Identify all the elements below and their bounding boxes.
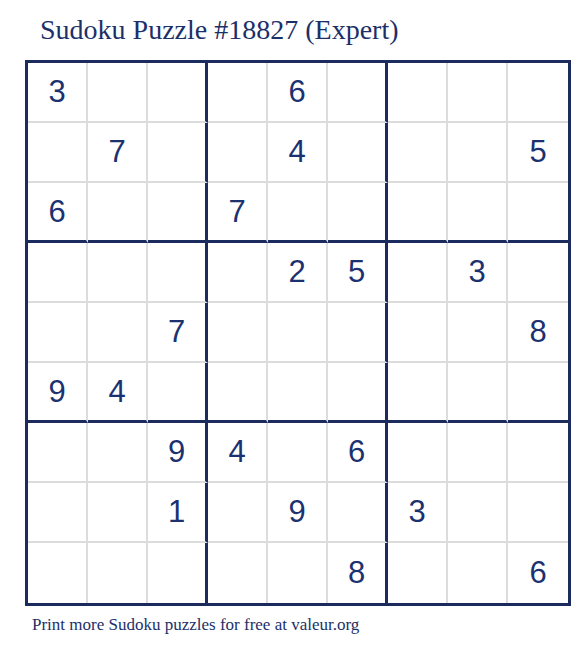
grid-cell-r6c5	[268, 363, 328, 423]
grid-cell-r7c3: 9	[148, 423, 208, 483]
grid-cell-r8c9	[508, 483, 568, 543]
grid-cell-r9c1	[28, 543, 88, 603]
grid-cell-r9c8	[448, 543, 508, 603]
grid-cell-r2c1	[28, 123, 88, 183]
grid-cell-r1c2	[88, 63, 148, 123]
grid-cell-r3c2	[88, 183, 148, 243]
grid-cell-r6c7	[388, 363, 448, 423]
grid-cell-r3c6	[328, 183, 388, 243]
grid-cell-r5c4	[208, 303, 268, 363]
grid-cell-r4c7	[388, 243, 448, 303]
grid-cell-r3c4: 7	[208, 183, 268, 243]
grid-cell-r3c7	[388, 183, 448, 243]
grid-cell-r6c9	[508, 363, 568, 423]
grid-cell-r3c8	[448, 183, 508, 243]
grid-cell-r4c1	[28, 243, 88, 303]
grid-cell-r7c8	[448, 423, 508, 483]
grid-cell-r6c4	[208, 363, 268, 423]
grid-cell-r9c3	[148, 543, 208, 603]
grid-cell-r8c7: 3	[388, 483, 448, 543]
grid-cell-r5c3: 7	[148, 303, 208, 363]
page-title: Sudoku Puzzle #18827 (Expert)	[40, 14, 399, 46]
grid-cell-r4c3	[148, 243, 208, 303]
grid-cell-r7c5	[268, 423, 328, 483]
grid-cell-r1c7	[388, 63, 448, 123]
footer-text: Print more Sudoku puzzles for free at va…	[32, 615, 359, 635]
grid-cell-r4c5: 2	[268, 243, 328, 303]
grid-cell-r8c8	[448, 483, 508, 543]
grid-cell-r1c8	[448, 63, 508, 123]
grid-cell-r2c3	[148, 123, 208, 183]
grid-cell-r7c2	[88, 423, 148, 483]
grid-cell-r3c1: 6	[28, 183, 88, 243]
grid-cell-r9c4	[208, 543, 268, 603]
grid-cell-r7c1	[28, 423, 88, 483]
grid-cell-r9c2	[88, 543, 148, 603]
grid-cell-r2c4	[208, 123, 268, 183]
grid-cell-r7c6: 6	[328, 423, 388, 483]
grid-cell-r6c3	[148, 363, 208, 423]
grid-cell-r4c6: 5	[328, 243, 388, 303]
grid-cell-r2c5: 4	[268, 123, 328, 183]
grid-cell-r3c9	[508, 183, 568, 243]
grid-cell-r8c1	[28, 483, 88, 543]
grid-cell-r1c3	[148, 63, 208, 123]
grid-cell-r5c6	[328, 303, 388, 363]
grid-cell-r7c9	[508, 423, 568, 483]
grid-cell-r9c6: 8	[328, 543, 388, 603]
grid-cell-r1c4	[208, 63, 268, 123]
grid-cell-r8c5: 9	[268, 483, 328, 543]
grid-cell-r1c5: 6	[268, 63, 328, 123]
sudoku-grid: 3674567253789494619386	[25, 60, 571, 606]
grid-cell-r1c6	[328, 63, 388, 123]
grid-cell-r7c7	[388, 423, 448, 483]
grid-cell-r4c4	[208, 243, 268, 303]
grid-cell-r2c9: 5	[508, 123, 568, 183]
grid-cell-r6c1: 9	[28, 363, 88, 423]
grid-cell-r5c7	[388, 303, 448, 363]
grid-cell-r3c3	[148, 183, 208, 243]
grid-cell-r2c6	[328, 123, 388, 183]
grid-cell-r6c8	[448, 363, 508, 423]
grid-cell-r5c5	[268, 303, 328, 363]
grid-cell-r9c9: 6	[508, 543, 568, 603]
grid-cell-r2c2: 7	[88, 123, 148, 183]
grid-cell-r8c3: 1	[148, 483, 208, 543]
grid-cell-r8c2	[88, 483, 148, 543]
grid-cell-r5c8	[448, 303, 508, 363]
grid-cell-r9c5	[268, 543, 328, 603]
grid-cell-r5c1	[28, 303, 88, 363]
grid-cell-r2c8	[448, 123, 508, 183]
grid-cell-r7c4: 4	[208, 423, 268, 483]
grid-cell-r5c9: 8	[508, 303, 568, 363]
grid-cell-r4c2	[88, 243, 148, 303]
grid-cell-r4c8: 3	[448, 243, 508, 303]
grid-cell-r3c5	[268, 183, 328, 243]
grid-cell-r5c2	[88, 303, 148, 363]
sudoku-page: Sudoku Puzzle #18827 (Expert) 3674567253…	[0, 0, 580, 651]
grid-cell-r8c4	[208, 483, 268, 543]
grid-cell-r6c2: 4	[88, 363, 148, 423]
grid-cell-r1c9	[508, 63, 568, 123]
grid-cell-r6c6	[328, 363, 388, 423]
grid-cell-r9c7	[388, 543, 448, 603]
grid-cell-r8c6	[328, 483, 388, 543]
grid-cell-r4c9	[508, 243, 568, 303]
grid-cell-r2c7	[388, 123, 448, 183]
grid-cell-r1c1: 3	[28, 63, 88, 123]
